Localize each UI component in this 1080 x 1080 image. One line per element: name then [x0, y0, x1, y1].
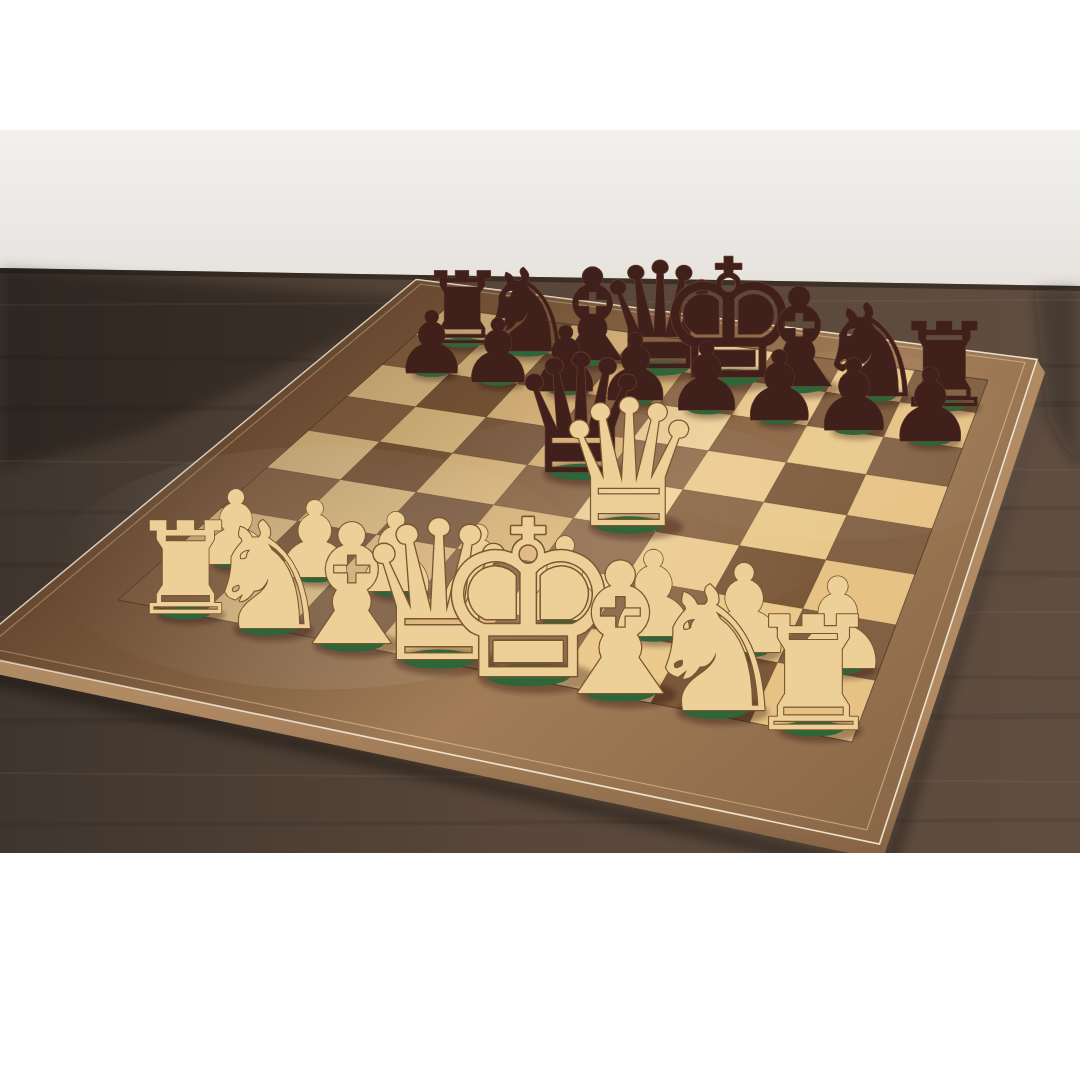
- white-rook-h1[interactable]: ♜: [743, 583, 884, 766]
- photo-margin-bottom: [0, 853, 1080, 1080]
- black-pawn-h7[interactable]: ♟: [885, 347, 976, 465]
- photo-margin-top: [0, 0, 1080, 130]
- scene-canvas: ♜♞♝♛♟♚♟♝♟♞♟♜♟♟♟♟♛♛♟♟♟♟♜♟♞♟♝♟♛♟♚♝♞♜: [0, 0, 1080, 1080]
- chess-set-product-photo: ♜♞♝♛♟♚♟♝♟♞♟♜♟♟♟♟♛♛♟♟♟♟♜♟♞♟♝♟♛♟♚♝♞♜: [0, 0, 1080, 1080]
- rook-glyph: ♜: [743, 583, 884, 766]
- pawn-glyph: ♟: [885, 347, 976, 465]
